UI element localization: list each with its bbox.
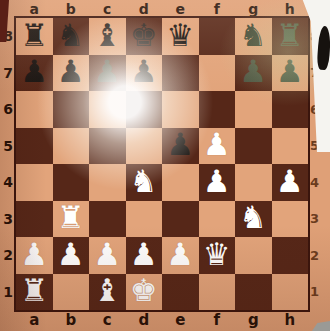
square-e8[interactable]: ♛ (162, 18, 199, 55)
square-a2[interactable]: ♟ (16, 237, 53, 274)
white-queen: ♛ (203, 239, 231, 270)
square-f7[interactable] (199, 55, 236, 92)
square-b7[interactable]: ♟ (53, 55, 90, 92)
square-g4[interactable] (235, 164, 272, 201)
square-b2[interactable]: ♟ (53, 237, 90, 274)
square-c3[interactable] (89, 201, 126, 238)
square-g3[interactable]: ♞ (235, 201, 272, 238)
rank-label-5: 5 (0, 128, 16, 165)
file-label-f: f (199, 310, 236, 331)
black-pawn: ♟ (130, 56, 158, 87)
board: ♜♞♝♚♛♞♜♟♟♟♟♟♟♟♟♞♟♟♜♞♟♟♟♟♟♛♜♝♚ (16, 18, 308, 310)
file-label-e: e (162, 0, 199, 18)
black-rook: ♜ (20, 20, 48, 51)
square-h7[interactable]: ♟ (272, 55, 309, 92)
file-label-d: d (126, 310, 163, 331)
file-label-h: h (272, 310, 309, 331)
white-rook: ♜ (20, 275, 48, 306)
white-rook: ♜ (57, 202, 85, 233)
black-bishop: ♝ (93, 20, 121, 51)
square-b3[interactable]: ♜ (53, 201, 90, 238)
square-d6[interactable] (126, 91, 163, 128)
square-h4[interactable]: ♟ (272, 164, 309, 201)
white-pawn: ♟ (276, 166, 304, 197)
square-g2[interactable] (235, 237, 272, 274)
square-b6[interactable] (53, 91, 90, 128)
square-f8[interactable] (199, 18, 236, 55)
square-b1[interactable] (53, 274, 90, 311)
black-king: ♚ (130, 20, 158, 51)
rank-label-1: 1 (0, 274, 16, 311)
chessboard-photo: abcdefgh 87654321 87654321 abcdefgh ♜♞♝♚… (0, 0, 330, 331)
black-rook: ♜ (276, 20, 304, 51)
square-b4[interactable] (53, 164, 90, 201)
square-d2[interactable]: ♟ (126, 237, 163, 274)
white-pawn: ♟ (203, 129, 231, 160)
white-knight: ♞ (130, 166, 158, 197)
file-label-g: g (235, 310, 272, 331)
rank-label-4: 4 (0, 164, 16, 201)
square-e6[interactable] (162, 91, 199, 128)
square-d5[interactable] (126, 128, 163, 165)
square-h2[interactable] (272, 237, 309, 274)
square-f6[interactable] (199, 91, 236, 128)
black-pawn: ♟ (276, 56, 304, 87)
square-h5[interactable] (272, 128, 309, 165)
square-h6[interactable] (272, 91, 309, 128)
square-d8[interactable]: ♚ (126, 18, 163, 55)
rank-labels-left: 87654321 (0, 18, 16, 310)
square-d1[interactable]: ♚ (126, 274, 163, 311)
square-e7[interactable] (162, 55, 199, 92)
square-a7[interactable]: ♟ (16, 55, 53, 92)
black-queen: ♛ (166, 20, 194, 51)
square-g1[interactable] (235, 274, 272, 311)
rank-label-1: 1 (307, 274, 322, 311)
square-f2[interactable]: ♛ (199, 237, 236, 274)
square-f3[interactable] (199, 201, 236, 238)
file-label-f: f (199, 0, 236, 18)
square-e5[interactable]: ♟ (162, 128, 199, 165)
square-f1[interactable] (199, 274, 236, 311)
square-f4[interactable]: ♟ (199, 164, 236, 201)
square-e3[interactable] (162, 201, 199, 238)
square-c5[interactable] (89, 128, 126, 165)
square-e2[interactable]: ♟ (162, 237, 199, 274)
file-label-g: g (235, 0, 272, 18)
file-label-d: d (126, 0, 163, 18)
black-pawn: ♟ (20, 56, 48, 87)
file-label-a: a (16, 310, 53, 331)
square-h8[interactable]: ♜ (272, 18, 309, 55)
white-pawn: ♟ (130, 239, 158, 270)
white-king: ♚ (130, 275, 158, 306)
square-h3[interactable] (272, 201, 309, 238)
square-d7[interactable]: ♟ (126, 55, 163, 92)
black-pawn: ♟ (57, 56, 85, 87)
square-b5[interactable] (53, 128, 90, 165)
white-pawn: ♟ (57, 239, 85, 270)
white-pawn: ♟ (20, 239, 48, 270)
white-knight: ♞ (239, 202, 267, 233)
square-c4[interactable] (89, 164, 126, 201)
black-pawn: ♟ (166, 129, 194, 160)
square-d3[interactable] (126, 201, 163, 238)
square-a8[interactable]: ♜ (16, 18, 53, 55)
rank-label-3: 3 (0, 201, 16, 238)
black-knight: ♞ (57, 20, 85, 51)
black-pawn: ♟ (93, 56, 121, 87)
square-b8[interactable]: ♞ (53, 18, 90, 55)
file-labels-top: abcdefgh (16, 0, 308, 18)
rank-label-2: 2 (307, 237, 322, 274)
square-a4[interactable] (16, 164, 53, 201)
file-label-b: b (53, 0, 90, 18)
file-label-c: c (89, 310, 126, 331)
rank-label-3: 3 (307, 201, 322, 238)
file-label-a: a (16, 0, 53, 18)
square-a5[interactable] (16, 128, 53, 165)
square-g8[interactable]: ♞ (235, 18, 272, 55)
square-g5[interactable] (235, 128, 272, 165)
white-pawn: ♟ (93, 239, 121, 270)
square-d4[interactable]: ♞ (126, 164, 163, 201)
square-c7[interactable]: ♟ (89, 55, 126, 92)
file-label-e: e (162, 310, 199, 331)
black-knight: ♞ (239, 20, 267, 51)
square-c8[interactable]: ♝ (89, 18, 126, 55)
white-bishop: ♝ (93, 275, 121, 306)
file-label-c: c (89, 0, 126, 18)
square-e4[interactable] (162, 164, 199, 201)
background-corner-bottom-right (312, 321, 330, 331)
white-pawn: ♟ (166, 239, 194, 270)
file-label-h: h (272, 0, 309, 18)
square-c6[interactable] (89, 91, 126, 128)
black-pawn: ♟ (239, 56, 267, 87)
file-label-b: b (53, 310, 90, 331)
square-e1[interactable] (162, 274, 199, 311)
square-a1[interactable]: ♜ (16, 274, 53, 311)
square-a3[interactable] (16, 201, 53, 238)
rank-label-2: 2 (0, 237, 16, 274)
square-f5[interactable]: ♟ (199, 128, 236, 165)
square-h1[interactable] (272, 274, 309, 311)
file-labels-bottom: abcdefgh (16, 310, 308, 331)
square-g7[interactable]: ♟ (235, 55, 272, 92)
square-c2[interactable]: ♟ (89, 237, 126, 274)
square-g6[interactable] (235, 91, 272, 128)
rank-label-4: 4 (307, 164, 322, 201)
rank-label-7: 7 (0, 55, 16, 92)
square-a6[interactable] (16, 91, 53, 128)
square-c1[interactable]: ♝ (89, 274, 126, 311)
rank-label-6: 6 (0, 91, 16, 128)
white-pawn: ♟ (203, 166, 231, 197)
